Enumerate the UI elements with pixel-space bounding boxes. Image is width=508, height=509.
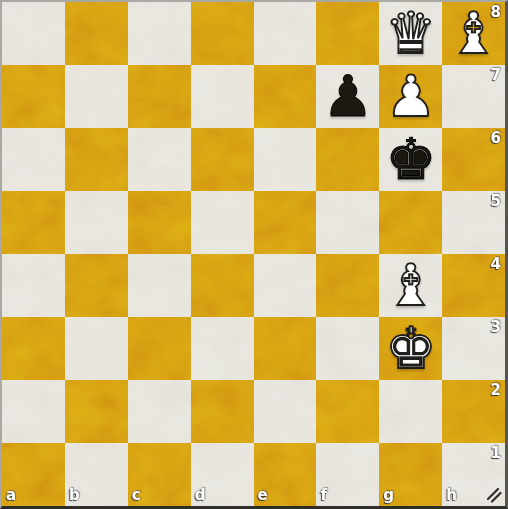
square-a1[interactable]: a	[2, 443, 65, 506]
square-f4[interactable]	[316, 254, 379, 317]
square-e6[interactable]	[254, 128, 317, 191]
square-d3[interactable]	[191, 317, 254, 380]
square-f1[interactable]: f	[316, 443, 379, 506]
square-g6[interactable]: ♚	[379, 128, 442, 191]
square-d5[interactable]	[191, 191, 254, 254]
square-h8[interactable]: 8♝	[442, 2, 505, 65]
square-f8[interactable]	[316, 2, 379, 65]
square-a3[interactable]	[2, 317, 65, 380]
chess-board: ♛8♝♟♟7♚65♝4♚32abcdefgh1	[0, 0, 508, 509]
black-king-piece[interactable]: ♚	[385, 131, 436, 188]
square-e3[interactable]	[254, 317, 317, 380]
square-b5[interactable]	[65, 191, 128, 254]
coord-rank-2: 2	[491, 383, 501, 398]
white-bishop-piece[interactable]: ♝	[385, 257, 436, 314]
square-d2[interactable]	[191, 380, 254, 443]
square-b6[interactable]	[65, 128, 128, 191]
square-f2[interactable]	[316, 380, 379, 443]
square-g5[interactable]	[379, 191, 442, 254]
black-pawn-piece[interactable]: ♟	[322, 68, 373, 125]
square-a8[interactable]	[2, 2, 65, 65]
square-d4[interactable]	[191, 254, 254, 317]
square-c8[interactable]	[128, 2, 191, 65]
square-a2[interactable]	[2, 380, 65, 443]
square-h6[interactable]: 6	[442, 128, 505, 191]
white-bishop-piece[interactable]: ♝	[448, 5, 499, 62]
square-h4[interactable]: 4	[442, 254, 505, 317]
coord-file-g: g	[383, 488, 394, 503]
square-d8[interactable]	[191, 2, 254, 65]
coord-file-e: e	[258, 488, 268, 503]
square-f3[interactable]	[316, 317, 379, 380]
square-a6[interactable]	[2, 128, 65, 191]
square-b1[interactable]: b	[65, 443, 128, 506]
coord-file-a: a	[6, 488, 16, 503]
square-g7[interactable]: ♟	[379, 65, 442, 128]
square-c4[interactable]	[128, 254, 191, 317]
square-b7[interactable]	[65, 65, 128, 128]
square-c5[interactable]	[128, 191, 191, 254]
square-e1[interactable]: e	[254, 443, 317, 506]
square-g2[interactable]	[379, 380, 442, 443]
square-d1[interactable]: d	[191, 443, 254, 506]
square-f5[interactable]	[316, 191, 379, 254]
square-c1[interactable]: c	[128, 443, 191, 506]
square-h3[interactable]: 3	[442, 317, 505, 380]
coord-rank-6: 6	[491, 131, 501, 146]
square-b2[interactable]	[65, 380, 128, 443]
square-h5[interactable]: 5	[442, 191, 505, 254]
coord-rank-5: 5	[491, 194, 501, 209]
coord-file-h: h	[446, 488, 457, 503]
square-g3[interactable]: ♚	[379, 317, 442, 380]
square-h2[interactable]: 2	[442, 380, 505, 443]
square-e5[interactable]	[254, 191, 317, 254]
square-e2[interactable]	[254, 380, 317, 443]
diagonal-resize-icon	[488, 489, 501, 502]
square-h7[interactable]: 7	[442, 65, 505, 128]
square-d7[interactable]	[191, 65, 254, 128]
square-g4[interactable]: ♝	[379, 254, 442, 317]
square-c7[interactable]	[128, 65, 191, 128]
coord-file-c: c	[132, 488, 141, 503]
square-b4[interactable]	[65, 254, 128, 317]
coord-rank-7: 7	[491, 68, 501, 83]
square-a5[interactable]	[2, 191, 65, 254]
white-queen-piece[interactable]: ♛	[385, 5, 436, 62]
square-c2[interactable]	[128, 380, 191, 443]
square-f6[interactable]	[316, 128, 379, 191]
square-a7[interactable]	[2, 65, 65, 128]
square-g8[interactable]: ♛	[379, 2, 442, 65]
square-f7[interactable]: ♟	[316, 65, 379, 128]
square-a4[interactable]	[2, 254, 65, 317]
square-c3[interactable]	[128, 317, 191, 380]
coord-rank-1: 1	[491, 446, 501, 461]
square-c6[interactable]	[128, 128, 191, 191]
white-king-piece[interactable]: ♚	[385, 320, 436, 377]
square-e7[interactable]	[254, 65, 317, 128]
board-resize-handle[interactable]	[486, 487, 502, 503]
coord-rank-3: 3	[491, 320, 501, 335]
square-e4[interactable]	[254, 254, 317, 317]
white-pawn-piece[interactable]: ♟	[385, 68, 436, 125]
coord-rank-4: 4	[491, 257, 501, 272]
square-b8[interactable]	[65, 2, 128, 65]
coord-file-b: b	[69, 488, 80, 503]
coord-file-d: d	[195, 488, 206, 503]
square-g1[interactable]: g	[379, 443, 442, 506]
coord-file-f: f	[320, 488, 327, 503]
square-d6[interactable]	[191, 128, 254, 191]
square-b3[interactable]	[65, 317, 128, 380]
square-e8[interactable]	[254, 2, 317, 65]
